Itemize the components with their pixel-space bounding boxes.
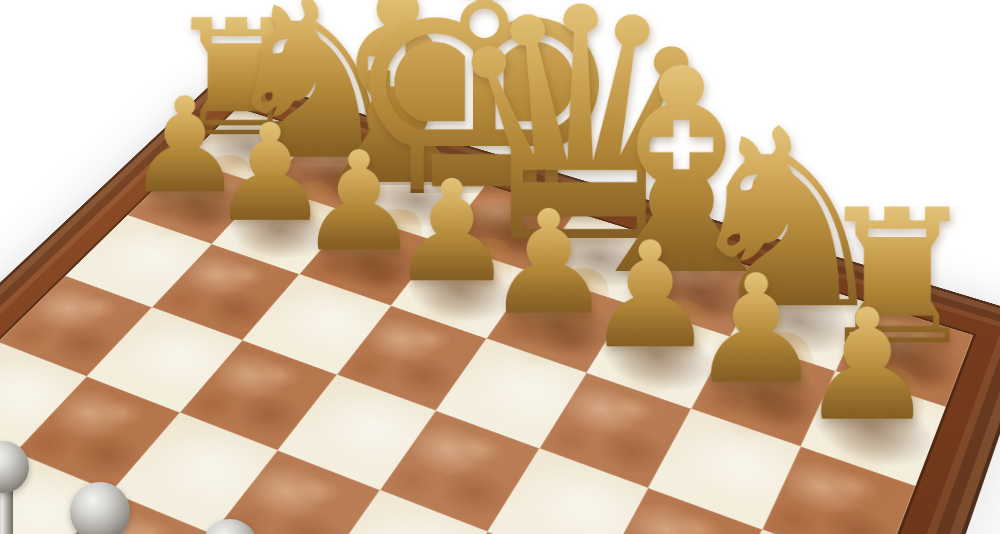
piece-layer: ♜♞♝♚♛♝♞♜♟♟♟♟♟♟♟♟ bbox=[0, 72, 1000, 534]
chessboard: ♜♞♝♚♛♝♞♜♟♟♟♟♟♟♟♟ bbox=[0, 72, 1000, 534]
product-photo-chess-set: { "game": "chess", "scene": { "descripti… bbox=[0, 0, 1000, 534]
scene: ♜♞♝♚♛♝♞♜♟♟♟♟♟♟♟♟ bbox=[0, 0, 1000, 534]
pawn-glyph: ♟ bbox=[663, 288, 1000, 442]
